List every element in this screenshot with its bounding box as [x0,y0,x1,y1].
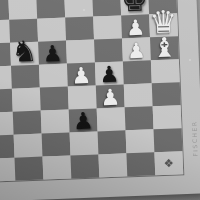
square-h4 [152,82,181,106]
piece-white-pawn-f4[interactable]: ♟ [96,86,125,109]
square-h2 [154,128,183,152]
square-d4 [40,87,69,111]
square-c3 [13,111,42,135]
square-g3 [125,106,154,130]
square-h1: ❖ [154,151,183,175]
chess-board: ❖♚♟♛♞♟♟♝♟♟♟♟ [0,0,183,183]
board-brand-text: FISCHER [187,47,198,157]
square-c2 [14,134,43,158]
square-e4 [68,85,97,109]
square-d5 [39,64,68,88]
square-e8 [64,0,93,18]
square-e7 [65,17,94,41]
square-f7 [93,15,122,39]
square-g2 [126,129,155,153]
square-d1 [42,155,71,179]
board-frame: ❖♚♟♛♞♟♟♝♟♟♟♟ FISCHER [0,0,200,200]
piece-black-pawn-d6[interactable]: ♟ [38,43,67,66]
square-c4 [12,88,41,112]
piece-black-knight-c6[interactable]: ♞ [10,37,39,67]
piece-white-pawn-g7[interactable]: ♟ [121,17,150,39]
square-f1 [98,153,127,177]
square-e2 [70,131,99,155]
square-d8 [36,0,65,19]
square-d3 [41,110,70,134]
piece-black-king-g8[interactable]: ♚ [120,0,149,16]
square-b2 [0,135,15,159]
square-g5 [123,60,152,84]
square-f2 [98,130,127,154]
piece-white-pawn-e5[interactable]: ♟ [67,64,96,87]
square-b5 [0,66,12,90]
square-d2 [42,133,71,157]
square-g1 [126,152,155,176]
square-b3 [0,112,14,136]
piece-white-bishop-h6[interactable]: ♝ [150,33,179,61]
piece-white-pawn-g6[interactable]: ♟ [122,40,151,62]
square-e1 [70,154,99,178]
piece-black-pawn-e3[interactable]: ♟ [69,109,98,133]
square-c1 [15,157,44,181]
piece-black-pawn-f5[interactable]: ♟ [95,63,124,86]
maker-emblem-icon: ❖ [164,157,174,168]
square-d7 [37,18,66,42]
square-f8 [92,0,121,17]
square-h3 [153,105,182,129]
chessboard-photo: ❖♚♟♛♞♟♟♝♟♟♟♟ FISCHER [0,0,200,200]
square-f6 [94,38,123,62]
square-f3 [97,107,126,131]
square-b4 [0,89,13,113]
square-c8 [8,0,37,20]
square-b1 [0,158,15,182]
square-g4 [124,83,153,107]
square-e6 [66,40,95,64]
